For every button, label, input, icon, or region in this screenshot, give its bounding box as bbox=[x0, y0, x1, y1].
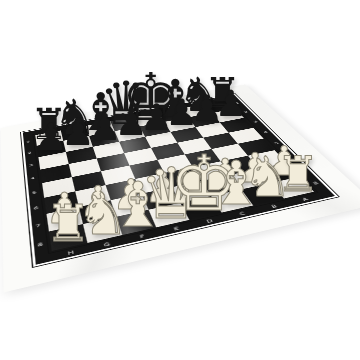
chess-set-photo: 11HH22GG33FF44EE55DD66CC77BB88AA ♜♞♝♛♚♝♞… bbox=[0, 0, 360, 360]
piece-white-rook[interactable]: ♜ bbox=[276, 150, 319, 198]
piece-black-pawn[interactable]: ♟ bbox=[215, 86, 247, 122]
pieces-layer: ♜♞♝♛♚♝♞♜♟♟♟♟♟♟♟♟♟♟♟♟♟♟♟♟♜♞♝♛♚♝♞♜ bbox=[0, 0, 360, 360]
